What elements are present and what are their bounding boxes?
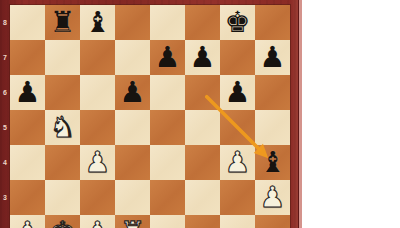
square-d5	[115, 110, 150, 145]
rank-label-3: 3	[0, 194, 10, 202]
square-g5	[220, 110, 255, 145]
square-c8: ♝	[80, 5, 115, 40]
square-f3	[185, 180, 220, 215]
square-h4: ♝	[255, 145, 290, 180]
square-g2	[220, 215, 255, 228]
square-c5	[80, 110, 115, 145]
square-e3	[150, 180, 185, 215]
square-e4	[150, 145, 185, 180]
square-e6	[150, 75, 185, 110]
square-f7: ♟	[185, 40, 220, 75]
black-pawn-h7: ♟	[255, 40, 290, 75]
black-pawn-f7: ♟	[185, 40, 220, 75]
square-a4	[10, 145, 45, 180]
square-f4	[185, 145, 220, 180]
square-c7	[80, 40, 115, 75]
square-d6: ♟	[115, 75, 150, 110]
square-e7: ♟	[150, 40, 185, 75]
page-background: { "game": "chess", "position": { "fen_vi…	[0, 0, 400, 228]
square-a5	[10, 110, 45, 145]
square-b4	[45, 145, 80, 180]
square-e2	[150, 215, 185, 228]
square-d2: ♜	[115, 215, 150, 228]
square-a3	[10, 180, 45, 215]
white-pawn-c2: ♟	[80, 215, 115, 228]
square-a7	[10, 40, 45, 75]
square-f6	[185, 75, 220, 110]
black-bishop-h4: ♝	[255, 145, 290, 180]
square-c6	[80, 75, 115, 110]
square-b7	[45, 40, 80, 75]
white-pawn-c4: ♟	[80, 145, 115, 180]
black-bishop-c8: ♝	[80, 5, 115, 40]
square-h6	[255, 75, 290, 110]
square-c2: ♟	[80, 215, 115, 228]
white-rook-d2: ♜	[115, 215, 150, 228]
rank-label-7: 7	[0, 54, 10, 62]
square-e5	[150, 110, 185, 145]
white-pawn-h3: ♟	[255, 180, 290, 215]
white-king-b2: ♚	[45, 215, 80, 228]
square-e8	[150, 5, 185, 40]
square-b3	[45, 180, 80, 215]
square-b2: ♚	[45, 215, 80, 228]
square-d7	[115, 40, 150, 75]
white-knight-b5: ♞	[45, 110, 80, 145]
square-a8	[10, 5, 45, 40]
black-pawn-e7: ♟	[150, 40, 185, 75]
black-pawn-g6: ♟	[220, 75, 255, 110]
black-pawn-a6: ♟	[10, 75, 45, 110]
square-d3	[115, 180, 150, 215]
square-c3	[80, 180, 115, 215]
chess-board: ♜♝♚♟♟♟♟♟♟♞♟♟♝♟♟♚♟♜	[10, 5, 290, 228]
white-pawn-a2: ♟	[10, 215, 45, 228]
square-g6: ♟	[220, 75, 255, 110]
square-a2: ♟	[10, 215, 45, 228]
white-pawn-g4: ♟	[220, 145, 255, 180]
square-c4: ♟	[80, 145, 115, 180]
square-b5: ♞	[45, 110, 80, 145]
square-h3: ♟	[255, 180, 290, 215]
square-d4	[115, 145, 150, 180]
square-d8	[115, 5, 150, 40]
square-b8: ♜	[45, 5, 80, 40]
square-h7: ♟	[255, 40, 290, 75]
square-h5	[255, 110, 290, 145]
rank-label-4: 4	[0, 159, 10, 167]
square-f5	[185, 110, 220, 145]
black-pawn-d6: ♟	[115, 75, 150, 110]
square-f8	[185, 5, 220, 40]
square-b6	[45, 75, 80, 110]
frame-edge-highlight	[298, 0, 302, 228]
rank-label-5: 5	[0, 124, 10, 132]
square-g7	[220, 40, 255, 75]
black-king-g8: ♚	[220, 5, 255, 40]
black-rook-b8: ♜	[45, 5, 80, 40]
square-h2	[255, 215, 290, 228]
rank-label-6: 6	[0, 89, 10, 97]
square-g3	[220, 180, 255, 215]
square-a6: ♟	[10, 75, 45, 110]
square-h8	[255, 5, 290, 40]
square-f2	[185, 215, 220, 228]
rank-label-8: 8	[0, 19, 10, 27]
square-g4: ♟	[220, 145, 255, 180]
square-g8: ♚	[220, 5, 255, 40]
